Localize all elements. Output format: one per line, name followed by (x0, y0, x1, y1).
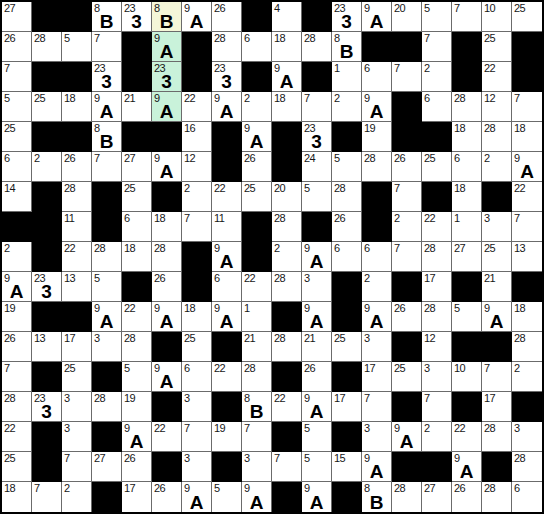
cell-r9c13[interactable]: 6 (362, 242, 392, 272)
cell-r12c12[interactable]: 25 (332, 332, 362, 362)
cell-r10c1[interactable]: 9A (2, 272, 32, 302)
cell-number: 3 (184, 392, 190, 405)
cell-number: 17 (424, 272, 435, 285)
cell-r7c9[interactable]: 25 (242, 182, 272, 212)
cell-r16c12[interactable]: 15 (332, 452, 362, 482)
cell-r2c3[interactable]: 5 (62, 32, 92, 62)
cell-r6c14[interactable]: 26 (392, 152, 422, 182)
cell-r15c1[interactable]: 22 (2, 422, 32, 452)
cell-number: 6 (424, 92, 430, 105)
cell-r14c7[interactable]: 3 (182, 392, 212, 422)
black-cell-r11c2 (32, 302, 62, 332)
cell-r5c13[interactable]: 19 (362, 122, 392, 152)
cell-r7c3[interactable]: 28 (62, 182, 92, 212)
cell-r2c17[interactable]: 25 (482, 32, 512, 62)
cell-r1c13[interactable]: 9A (362, 2, 392, 32)
cell-r5c1[interactable]: 25 (2, 122, 32, 152)
black-cell-r7c17 (482, 182, 512, 212)
cell-r11c1[interactable]: 19 (2, 302, 32, 332)
cell-r9c8[interactable]: 9A (212, 242, 242, 272)
cell-r7c16[interactable]: 18 (452, 182, 482, 212)
cell-r1c15[interactable]: 5 (422, 2, 452, 32)
cell-r6c1[interactable]: 6 (2, 152, 32, 182)
cell-number: 28 (274, 212, 285, 225)
cell-r12c5[interactable]: 28 (122, 332, 152, 362)
cell-number: 2 (184, 182, 190, 195)
cell-number: 28 (304, 32, 315, 45)
cell-r3c13[interactable]: 6 (362, 62, 392, 92)
cell-r1c12[interactable]: 233 (332, 2, 362, 32)
cell-r13c9[interactable]: 28 (242, 362, 272, 392)
cell-number: 26 (64, 152, 75, 165)
cell-r12c11[interactable]: 21 (302, 332, 332, 362)
cell-letter: B (92, 12, 121, 31)
cell-r13c16[interactable]: 10 (452, 362, 482, 392)
cell-r13c3[interactable]: 25 (62, 362, 92, 392)
cell-r13c6[interactable]: 9A (152, 362, 182, 392)
cell-r5c9[interactable]: 9A (242, 122, 272, 152)
cell-r13c5[interactable]: 5 (122, 362, 152, 392)
black-cell-r12c14 (392, 332, 422, 362)
cell-number: 1 (334, 62, 340, 75)
cell-r7c12[interactable]: 28 (332, 182, 362, 212)
cell-r14c4[interactable]: 28 (92, 392, 122, 422)
cell-r6c12[interactable]: 5 (332, 152, 362, 182)
cell-r2c9[interactable]: 6 (242, 32, 272, 62)
cell-r14c5[interactable]: 19 (122, 392, 152, 422)
cell-r12c13[interactable]: 3 (362, 332, 392, 362)
cell-r3c12[interactable]: 1 (332, 62, 362, 92)
cell-r17c9[interactable]: 9A (242, 482, 272, 512)
cell-r3c14[interactable]: 7 (392, 62, 422, 92)
cell-r8c7[interactable]: 7 (182, 212, 212, 242)
cell-r15c14[interactable]: 9A (392, 422, 422, 452)
cell-r9c10[interactable]: 2 (272, 242, 302, 272)
cell-letter: A (122, 432, 151, 451)
cell-letter: B (92, 132, 121, 151)
cell-r2c1[interactable]: 26 (2, 32, 32, 62)
cell-r15c9[interactable]: 7 (242, 422, 272, 452)
cell-r12c9[interactable]: 21 (242, 332, 272, 362)
cell-r6c18[interactable]: 9A (512, 152, 542, 182)
cell-r16c13[interactable]: 9A (362, 452, 392, 482)
cell-r17c16[interactable]: 26 (452, 482, 482, 512)
cell-r15c17[interactable]: 28 (482, 422, 512, 452)
cell-r9c14[interactable]: 7 (392, 242, 422, 272)
cell-r7c7[interactable]: 2 (182, 182, 212, 212)
cell-r11c4[interactable]: 9A (92, 302, 122, 332)
cell-r4c8[interactable]: 9A (212, 92, 242, 122)
cell-r3c1[interactable]: 7 (2, 62, 32, 92)
cell-r14c11[interactable]: 9A (302, 392, 332, 422)
cell-r11c17[interactable]: 9A (482, 302, 512, 332)
cell-r7c8[interactable]: 22 (212, 182, 242, 212)
cell-r1c17[interactable]: 10 (482, 2, 512, 32)
cell-r14c9[interactable]: 8B (242, 392, 272, 422)
cell-letter: A (362, 102, 391, 121)
cell-r15c7[interactable]: 7 (182, 422, 212, 452)
cell-r10c15[interactable]: 17 (422, 272, 452, 302)
cell-r1c10[interactable]: 4 (272, 2, 302, 32)
cell-number: 22 (124, 302, 135, 315)
cell-r9c4[interactable]: 28 (92, 242, 122, 272)
cell-r15c5[interactable]: 9A (122, 422, 152, 452)
black-cell-r8c9 (242, 212, 272, 242)
cell-r6c7[interactable]: 12 (182, 152, 212, 182)
cell-r7c11[interactable]: 5 (302, 182, 332, 212)
black-cell-r2c7 (182, 32, 212, 62)
cell-r14c13[interactable]: 7 (362, 392, 392, 422)
cell-number: 18 (154, 212, 165, 225)
cell-r2c11[interactable]: 28 (302, 32, 332, 62)
cell-r17c18[interactable]: 6 (512, 482, 542, 512)
cell-r8c16[interactable]: 1 (452, 212, 482, 242)
cell-r14c3[interactable]: 3 (62, 392, 92, 422)
cell-r6c3[interactable]: 26 (62, 152, 92, 182)
cell-number: 18 (64, 92, 75, 105)
black-cell-r5c12 (332, 122, 362, 152)
cell-r12c18[interactable]: 28 (512, 332, 542, 362)
cell-r13c7[interactable]: 6 (182, 362, 212, 392)
cell-r6c13[interactable]: 28 (362, 152, 392, 182)
cell-number: 25 (424, 152, 435, 165)
cell-letter: A (392, 432, 421, 451)
cell-r4c15[interactable]: 6 (422, 92, 452, 122)
black-cell-r13c12 (332, 362, 362, 392)
cell-r2c15[interactable]: 7 (422, 32, 452, 62)
cell-r14c2[interactable]: 233 (32, 392, 62, 422)
cell-r12c15[interactable]: 12 (422, 332, 452, 362)
cell-letter: 3 (122, 12, 151, 31)
cell-r16c1[interactable]: 25 (2, 452, 32, 482)
cell-r9c15[interactable]: 28 (422, 242, 452, 272)
cell-r16c9[interactable]: 3 (242, 452, 272, 482)
cell-letter: A (212, 252, 241, 271)
cell-number: 7 (514, 92, 520, 105)
cell-r4c16[interactable]: 28 (452, 92, 482, 122)
cell-number: 7 (244, 422, 250, 435)
cell-r15c8[interactable]: 19 (212, 422, 242, 452)
cell-r12c1[interactable]: 26 (2, 332, 32, 362)
cell-r15c6[interactable]: 22 (152, 422, 182, 452)
cell-r17c1[interactable]: 18 (2, 482, 32, 512)
cell-r8c8[interactable]: 11 (212, 212, 242, 242)
cell-r5c11[interactable]: 233 (302, 122, 332, 152)
cell-number: 22 (154, 422, 165, 435)
cell-r8c10[interactable]: 28 (272, 212, 302, 242)
cell-r16c4[interactable]: 27 (92, 452, 122, 482)
cell-r14c12[interactable]: 17 (332, 392, 362, 422)
cell-r4c2[interactable]: 25 (32, 92, 62, 122)
cell-r11c18[interactable]: 18 (512, 302, 542, 332)
cell-number: 7 (274, 452, 280, 465)
cell-r17c5[interactable]: 17 (122, 482, 152, 512)
cell-r17c7[interactable]: 9A (182, 482, 212, 512)
cell-r8c15[interactable]: 22 (422, 212, 452, 242)
cell-r12c10[interactable]: 28 (272, 332, 302, 362)
cell-r6c4[interactable]: 7 (92, 152, 122, 182)
black-cell-r2c14 (392, 32, 422, 62)
cell-number: 7 (394, 182, 400, 195)
cell-r12c4[interactable]: 3 (92, 332, 122, 362)
cell-number: 18 (274, 32, 285, 45)
cell-r11c6[interactable]: 9A (152, 302, 182, 332)
cell-r8c14[interactable]: 2 (392, 212, 422, 242)
cell-r7c14[interactable]: 7 (392, 182, 422, 212)
cell-number: 19 (364, 122, 375, 135)
cell-r11c16[interactable]: 5 (452, 302, 482, 332)
cell-r17c17[interactable]: 28 (482, 482, 512, 512)
cell-r3c4[interactable]: 233 (92, 62, 122, 92)
cell-number: 19 (124, 392, 135, 405)
cell-r13c1[interactable]: 7 (2, 362, 32, 392)
cell-r15c11[interactable]: 5 (302, 422, 332, 452)
cell-r4c5[interactable]: 21 (122, 92, 152, 122)
cell-r8c5[interactable]: 6 (122, 212, 152, 242)
cell-r1c18[interactable]: 25 (512, 2, 542, 32)
cell-r6c5[interactable]: 27 (122, 152, 152, 182)
cell-r4c13[interactable]: 9A (362, 92, 392, 122)
cell-r3c6[interactable]: 233 (152, 62, 182, 92)
cell-number: 2 (244, 92, 250, 105)
black-cell-r8c11 (302, 212, 332, 242)
cell-r10c13[interactable]: 2 (362, 272, 392, 302)
cell-r16c11[interactable]: 5 (302, 452, 332, 482)
cell-number: 5 (334, 152, 340, 165)
cell-r2c4[interactable]: 7 (92, 32, 122, 62)
cell-r14c15[interactable]: 7 (422, 392, 452, 422)
cell-letter: A (302, 402, 331, 421)
cell-r17c15[interactable]: 27 (422, 482, 452, 512)
cell-r14c1[interactable]: 28 (2, 392, 32, 422)
cell-r6c17[interactable]: 2 (482, 152, 512, 182)
cell-r5c16[interactable]: 18 (452, 122, 482, 152)
cell-r4c7[interactable]: 22 (182, 92, 212, 122)
cell-r10c17[interactable]: 21 (482, 272, 512, 302)
black-cell-r16c8 (212, 452, 242, 482)
black-cell-r1c2 (32, 2, 62, 32)
cell-r14c17[interactable]: 17 (482, 392, 512, 422)
black-cell-r3c5 (122, 62, 152, 92)
cell-r7c18[interactable]: 22 (512, 182, 542, 212)
cell-r2c10[interactable]: 18 (272, 32, 302, 62)
cell-r3c10[interactable]: 9A (272, 62, 302, 92)
cell-number: 2 (334, 92, 340, 105)
cell-r1c4[interactable]: 8B (92, 2, 122, 32)
cell-r11c9[interactable]: 1 (242, 302, 272, 332)
cell-r7c1[interactable]: 14 (2, 182, 32, 212)
cell-letter: 3 (212, 72, 241, 91)
cell-r12c7[interactable]: 25 (182, 332, 212, 362)
cell-r17c3[interactable]: 2 (62, 482, 92, 512)
cell-r15c15[interactable]: 2 (422, 422, 452, 452)
black-cell-r15c2 (32, 422, 62, 452)
cell-r10c8[interactable]: 6 (212, 272, 242, 302)
cell-r12c2[interactable]: 13 (32, 332, 62, 362)
cell-r9c1[interactable]: 2 (2, 242, 32, 272)
cell-r13c8[interactable]: 22 (212, 362, 242, 392)
cell-number: 28 (34, 32, 45, 45)
cell-r8c3[interactable]: 11 (62, 212, 92, 242)
cell-r13c13[interactable]: 17 (362, 362, 392, 392)
cell-r3c17[interactable]: 22 (482, 62, 512, 92)
cell-number: 28 (274, 332, 285, 345)
cell-r8c6[interactable]: 18 (152, 212, 182, 242)
cell-number: 19 (4, 302, 15, 315)
cell-r17c14[interactable]: 28 (392, 482, 422, 512)
cell-number: 25 (34, 92, 45, 105)
black-cell-r4c14 (392, 92, 422, 122)
cell-number: 7 (394, 242, 400, 255)
cell-r4c1[interactable]: 5 (2, 92, 32, 122)
cell-r12c3[interactable]: 17 (62, 332, 92, 362)
cell-number: 5 (454, 302, 460, 315)
cell-r11c8[interactable]: 9A (212, 302, 242, 332)
cell-r4c6[interactable]: 9A (152, 92, 182, 122)
cell-r15c16[interactable]: 22 (452, 422, 482, 452)
cell-r1c6[interactable]: 8B (152, 2, 182, 32)
cell-r15c13[interactable]: 3 (362, 422, 392, 452)
cell-r8c12[interactable]: 26 (332, 212, 362, 242)
cell-r16c18[interactable]: 28 (512, 452, 542, 482)
cell-number: 28 (124, 332, 135, 345)
cell-r15c3[interactable]: 3 (62, 422, 92, 452)
cell-r2c2[interactable]: 28 (32, 32, 62, 62)
cell-r6c15[interactable]: 25 (422, 152, 452, 182)
cell-r10c3[interactable]: 13 (62, 272, 92, 302)
cell-r9c3[interactable]: 22 (62, 242, 92, 272)
cell-r8c17[interactable]: 3 (482, 212, 512, 242)
cell-r13c15[interactable]: 3 (422, 362, 452, 392)
cell-r4c17[interactable]: 12 (482, 92, 512, 122)
cell-r6c2[interactable]: 2 (32, 152, 62, 182)
cell-r11c11[interactable]: 9A (302, 302, 332, 332)
cell-r11c15[interactable]: 28 (422, 302, 452, 332)
cell-r13c11[interactable]: 26 (302, 362, 332, 392)
cell-number: 28 (94, 392, 105, 405)
cell-r9c18[interactable]: 13 (512, 242, 542, 272)
cell-r1c16[interactable]: 7 (452, 2, 482, 32)
cell-number: 2 (424, 62, 430, 75)
cell-r10c2[interactable]: 233 (32, 272, 62, 302)
black-cell-r5c14 (392, 122, 422, 152)
cell-r16c5[interactable]: 26 (122, 452, 152, 482)
cell-r1c8[interactable]: 26 (212, 2, 242, 32)
cell-r16c7[interactable]: 3 (182, 452, 212, 482)
cell-r10c9[interactable]: 22 (242, 272, 272, 302)
cell-r17c2[interactable]: 7 (32, 482, 62, 512)
cell-r10c11[interactable]: 3 (302, 272, 332, 302)
cell-r5c4[interactable]: 8B (92, 122, 122, 152)
cell-r3c15[interactable]: 2 (422, 62, 452, 92)
cell-r6c9[interactable]: 26 (242, 152, 272, 182)
cell-number: 26 (154, 272, 165, 285)
cell-r1c5[interactable]: 233 (122, 2, 152, 32)
cell-number: 19 (214, 422, 225, 435)
cell-r14c10[interactable]: 22 (272, 392, 302, 422)
cell-r4c12[interactable]: 2 (332, 92, 362, 122)
cell-r16c16[interactable]: 9A (452, 452, 482, 482)
cell-r4c3[interactable]: 18 (62, 92, 92, 122)
cell-r17c13[interactable]: 8B (362, 482, 392, 512)
cell-r11c14[interactable]: 26 (392, 302, 422, 332)
cell-r10c6[interactable]: 26 (152, 272, 182, 302)
cell-number: 5 (4, 92, 10, 105)
cell-number: 6 (184, 362, 190, 375)
cell-r16c10[interactable]: 7 (272, 452, 302, 482)
cell-number: 18 (514, 302, 525, 315)
cell-r11c7[interactable]: 18 (182, 302, 212, 332)
cell-r4c4[interactable]: 9A (92, 92, 122, 122)
cell-r6c11[interactable]: 24 (302, 152, 332, 182)
cell-number: 28 (454, 92, 465, 105)
cell-r13c14[interactable]: 25 (392, 362, 422, 392)
cell-r4c9[interactable]: 2 (242, 92, 272, 122)
cell-r16c3[interactable]: 7 (62, 452, 92, 482)
cell-r6c6[interactable]: 9A (152, 152, 182, 182)
cell-r2c8[interactable]: 28 (212, 32, 242, 62)
cell-r9c16[interactable]: 27 (452, 242, 482, 272)
cell-r5c17[interactable]: 28 (482, 122, 512, 152)
cell-number: 5 (424, 2, 430, 15)
cell-r9c12[interactable]: 6 (332, 242, 362, 272)
cell-r4c11[interactable]: 7 (302, 92, 332, 122)
cell-r7c10[interactable]: 20 (272, 182, 302, 212)
cell-r1c14[interactable]: 20 (392, 2, 422, 32)
cell-letter: A (152, 102, 181, 121)
cell-r10c4[interactable]: 5 (92, 272, 122, 302)
cell-number: 2 (364, 272, 370, 285)
cell-r4c10[interactable]: 18 (272, 92, 302, 122)
cell-number: 4 (274, 2, 280, 15)
cell-number: 7 (184, 422, 190, 435)
cell-letter: 3 (32, 282, 61, 301)
black-cell-r12c17 (482, 332, 512, 362)
cell-r2c6[interactable]: 9A (152, 32, 182, 62)
cell-r17c11[interactable]: 9A (302, 482, 332, 512)
cell-number: 5 (214, 482, 220, 495)
cell-r2c12[interactable]: 8B (332, 32, 362, 62)
cell-r3c8[interactable]: 233 (212, 62, 242, 92)
cell-r17c8[interactable]: 5 (212, 482, 242, 512)
cell-number: 2 (64, 482, 70, 495)
cell-r17c6[interactable]: 26 (152, 482, 182, 512)
cell-r9c5[interactable]: 18 (122, 242, 152, 272)
cell-letter: A (362, 12, 391, 31)
cell-number: 10 (454, 362, 465, 375)
cell-r5c7[interactable]: 16 (182, 122, 212, 152)
cell-r1c1[interactable]: 27 (2, 2, 32, 32)
cell-r5c18[interactable]: 18 (512, 122, 542, 152)
cell-r8c18[interactable]: 7 (512, 212, 542, 242)
cell-r9c11[interactable]: 9A (302, 242, 332, 272)
cell-r4c18[interactable]: 7 (512, 92, 542, 122)
cell-r13c17[interactable]: 7 (482, 362, 512, 392)
cell-number: 13 (64, 272, 75, 285)
cell-r11c13[interactable]: 9A (362, 302, 392, 332)
cell-r1c7[interactable]: 9A (182, 2, 212, 32)
cell-number: 6 (514, 482, 520, 495)
cell-r11c5[interactable]: 22 (122, 302, 152, 332)
cell-number: 5 (304, 452, 310, 465)
cell-r7c5[interactable]: 25 (122, 182, 152, 212)
cell-r9c17[interactable]: 25 (482, 242, 512, 272)
cell-r15c18[interactable]: 3 (512, 422, 542, 452)
cell-r9c6[interactable]: 28 (152, 242, 182, 272)
cell-r6c16[interactable]: 6 (452, 152, 482, 182)
cell-r10c10[interactable]: 28 (272, 272, 302, 302)
cell-r13c18[interactable]: 2 (512, 362, 542, 392)
